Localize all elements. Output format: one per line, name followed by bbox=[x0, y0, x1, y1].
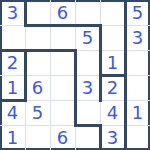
board-cell[interactable]: 5 bbox=[125, 0, 150, 25]
cell-digit: 1 bbox=[7, 129, 18, 147]
cell-digit: 1 bbox=[7, 79, 18, 97]
board-cell[interactable] bbox=[25, 0, 50, 25]
board-cell[interactable] bbox=[100, 0, 125, 25]
board-cell[interactable]: 1 bbox=[0, 75, 25, 100]
board-cell[interactable] bbox=[25, 125, 50, 150]
board-cell[interactable]: 5 bbox=[75, 25, 100, 50]
cell-digit: 3 bbox=[132, 29, 143, 47]
board-cell[interactable]: 2 bbox=[0, 50, 25, 75]
cell-digit: 3 bbox=[7, 4, 18, 22]
board-cell[interactable]: 4 bbox=[0, 100, 25, 125]
board-cell[interactable]: 3 bbox=[100, 125, 125, 150]
board-cell[interactable]: 1 bbox=[125, 100, 150, 125]
board-cell[interactable] bbox=[50, 50, 75, 75]
board-cell[interactable]: 3 bbox=[0, 0, 25, 25]
board-cell[interactable]: 6 bbox=[25, 75, 50, 100]
cell-digit: 6 bbox=[57, 4, 68, 22]
board-cell[interactable] bbox=[50, 25, 75, 50]
board-cell[interactable] bbox=[75, 0, 100, 25]
cell-digit: 5 bbox=[32, 104, 43, 122]
cell-digit: 1 bbox=[132, 104, 143, 122]
puzzle-board: 365532116324541163 bbox=[0, 0, 150, 150]
cell-digit: 6 bbox=[32, 79, 43, 97]
cell-layer: 365532116324541163 bbox=[0, 0, 150, 150]
board-cell[interactable] bbox=[25, 50, 50, 75]
cell-digit: 1 bbox=[107, 54, 118, 72]
board-cell[interactable]: 3 bbox=[75, 75, 100, 100]
board-cell[interactable] bbox=[125, 75, 150, 100]
board-cell[interactable] bbox=[125, 125, 150, 150]
cell-digit: 4 bbox=[7, 104, 18, 122]
board-cell[interactable]: 2 bbox=[100, 75, 125, 100]
board-cell[interactable] bbox=[25, 25, 50, 50]
board-cell[interactable] bbox=[75, 125, 100, 150]
board-cell[interactable]: 4 bbox=[100, 100, 125, 125]
board-cell[interactable] bbox=[0, 25, 25, 50]
board-cell[interactable] bbox=[75, 50, 100, 75]
cell-digit: 6 bbox=[57, 129, 68, 147]
board-cell[interactable]: 1 bbox=[0, 125, 25, 150]
board-cell[interactable] bbox=[50, 75, 75, 100]
cell-digit: 5 bbox=[82, 29, 93, 47]
cell-digit: 3 bbox=[82, 79, 93, 97]
board-cell[interactable] bbox=[50, 100, 75, 125]
board-cell[interactable] bbox=[125, 50, 150, 75]
cell-digit: 2 bbox=[107, 79, 118, 97]
board-cell[interactable] bbox=[100, 25, 125, 50]
board-cell[interactable]: 1 bbox=[100, 50, 125, 75]
board-cell[interactable]: 3 bbox=[125, 25, 150, 50]
board-cell[interactable]: 5 bbox=[25, 100, 50, 125]
cell-digit: 4 bbox=[107, 104, 118, 122]
board-cell[interactable]: 6 bbox=[50, 125, 75, 150]
cell-digit: 3 bbox=[107, 129, 118, 147]
board-cell[interactable]: 6 bbox=[50, 0, 75, 25]
cell-digit: 5 bbox=[132, 4, 143, 22]
board-cell[interactable] bbox=[75, 100, 100, 125]
cell-digit: 2 bbox=[7, 54, 18, 72]
